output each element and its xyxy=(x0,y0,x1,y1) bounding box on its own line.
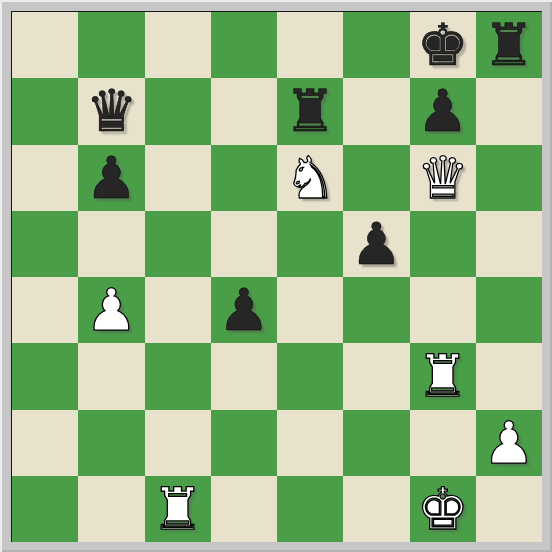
square-f2[interactable] xyxy=(343,410,409,476)
square-c2[interactable] xyxy=(145,410,211,476)
piece-black-rook[interactable]: ♜ xyxy=(476,12,542,78)
square-g6[interactable]: ♛ xyxy=(410,145,476,211)
square-e1[interactable] xyxy=(277,476,343,542)
square-d7[interactable] xyxy=(211,78,277,144)
square-e6[interactable]: ♞ xyxy=(277,145,343,211)
square-b7[interactable]: ♛ xyxy=(78,78,144,144)
square-f3[interactable] xyxy=(343,343,409,409)
square-a2[interactable] xyxy=(12,410,78,476)
piece-white-queen[interactable]: ♛ xyxy=(410,145,476,211)
piece-black-pawn[interactable]: ♟ xyxy=(78,145,144,211)
square-f7[interactable] xyxy=(343,78,409,144)
square-b1[interactable] xyxy=(78,476,144,542)
square-e2[interactable] xyxy=(277,410,343,476)
piece-black-pawn[interactable]: ♟ xyxy=(211,277,277,343)
square-e3[interactable] xyxy=(277,343,343,409)
chess-board: ♚♜♛♜♟♟♞♛♟♟♟♜♟♜♚ xyxy=(11,11,542,542)
square-h4[interactable] xyxy=(476,277,542,343)
square-a1[interactable] xyxy=(12,476,78,542)
square-f4[interactable] xyxy=(343,277,409,343)
piece-white-knight[interactable]: ♞ xyxy=(277,145,343,211)
square-h6[interactable] xyxy=(476,145,542,211)
square-a3[interactable] xyxy=(12,343,78,409)
square-g4[interactable] xyxy=(410,277,476,343)
square-b6[interactable]: ♟ xyxy=(78,145,144,211)
square-h2[interactable]: ♟ xyxy=(476,410,542,476)
piece-black-queen[interactable]: ♛ xyxy=(78,78,144,144)
square-d2[interactable] xyxy=(211,410,277,476)
square-d5[interactable] xyxy=(211,211,277,277)
square-g3[interactable]: ♜ xyxy=(410,343,476,409)
square-d8[interactable] xyxy=(211,12,277,78)
square-a6[interactable] xyxy=(12,145,78,211)
square-e8[interactable] xyxy=(277,12,343,78)
square-h5[interactable] xyxy=(476,211,542,277)
square-h8[interactable]: ♜ xyxy=(476,12,542,78)
piece-black-pawn[interactable]: ♟ xyxy=(343,211,409,277)
piece-white-king[interactable]: ♚ xyxy=(410,476,476,542)
square-c5[interactable] xyxy=(145,211,211,277)
square-h3[interactable] xyxy=(476,343,542,409)
square-c1[interactable]: ♜ xyxy=(145,476,211,542)
square-a5[interactable] xyxy=(12,211,78,277)
square-h1[interactable] xyxy=(476,476,542,542)
square-b2[interactable] xyxy=(78,410,144,476)
square-c7[interactable] xyxy=(145,78,211,144)
piece-black-rook[interactable]: ♜ xyxy=(277,78,343,144)
square-c6[interactable] xyxy=(145,145,211,211)
square-e5[interactable] xyxy=(277,211,343,277)
piece-white-pawn[interactable]: ♟ xyxy=(78,277,144,343)
square-f8[interactable] xyxy=(343,12,409,78)
square-c3[interactable] xyxy=(145,343,211,409)
square-f1[interactable] xyxy=(343,476,409,542)
square-f6[interactable] xyxy=(343,145,409,211)
square-g8[interactable]: ♚ xyxy=(410,12,476,78)
piece-white-rook[interactable]: ♜ xyxy=(410,343,476,409)
square-a4[interactable] xyxy=(12,277,78,343)
piece-black-king[interactable]: ♚ xyxy=(410,12,476,78)
square-d3[interactable] xyxy=(211,343,277,409)
square-f5[interactable]: ♟ xyxy=(343,211,409,277)
square-g7[interactable]: ♟ xyxy=(410,78,476,144)
square-g1[interactable]: ♚ xyxy=(410,476,476,542)
piece-white-pawn[interactable]: ♟ xyxy=(476,410,542,476)
square-a8[interactable] xyxy=(12,12,78,78)
square-b3[interactable] xyxy=(78,343,144,409)
square-c4[interactable] xyxy=(145,277,211,343)
square-g5[interactable] xyxy=(410,211,476,277)
square-g2[interactable] xyxy=(410,410,476,476)
square-b8[interactable] xyxy=(78,12,144,78)
square-b5[interactable] xyxy=(78,211,144,277)
square-d1[interactable] xyxy=(211,476,277,542)
piece-black-pawn[interactable]: ♟ xyxy=(410,78,476,144)
square-c8[interactable] xyxy=(145,12,211,78)
square-b4[interactable]: ♟ xyxy=(78,277,144,343)
square-h7[interactable] xyxy=(476,78,542,144)
piece-white-rook[interactable]: ♜ xyxy=(145,476,211,542)
board-frame: ♚♜♛♜♟♟♞♛♟♟♟♜♟♜♚ xyxy=(0,0,552,552)
square-e4[interactable] xyxy=(277,277,343,343)
square-e7[interactable]: ♜ xyxy=(277,78,343,144)
square-d4[interactable]: ♟ xyxy=(211,277,277,343)
square-d6[interactable] xyxy=(211,145,277,211)
square-a7[interactable] xyxy=(12,78,78,144)
